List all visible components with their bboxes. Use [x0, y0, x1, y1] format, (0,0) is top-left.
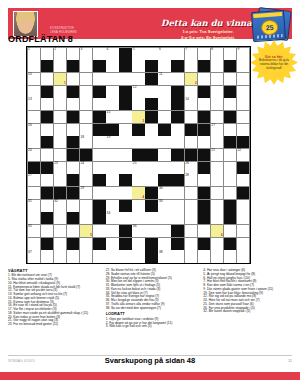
grid-cell — [54, 212, 67, 224]
black-cell — [93, 174, 106, 186]
grid-cell — [237, 174, 250, 186]
clue-number: 9 — [238, 48, 240, 51]
grid-cell — [185, 187, 198, 199]
grid-cell — [119, 136, 132, 148]
grid-cell — [106, 73, 119, 85]
black-cell — [185, 124, 198, 136]
grid-cell — [198, 136, 211, 148]
clue-number: 36 — [133, 225, 137, 228]
grid-cell — [119, 162, 132, 174]
grid-cell — [54, 238, 67, 250]
grid-cell — [41, 174, 54, 186]
grid-cell — [80, 174, 93, 186]
grid-cell — [41, 225, 54, 237]
grid-cell — [158, 225, 171, 237]
black-cell — [119, 174, 132, 186]
clue-number: 24 — [80, 162, 84, 165]
grid-cell — [145, 86, 158, 98]
grid-cell — [211, 136, 224, 148]
black-cell — [67, 149, 80, 161]
grid-cell — [54, 98, 67, 110]
black-cell — [67, 86, 80, 98]
ticket-dots — [257, 34, 283, 39]
black-cell — [224, 200, 237, 212]
grid-cell — [106, 238, 119, 250]
grid-cell — [237, 98, 250, 110]
prize-line2: 2:a–5:e pris: En Sverigelott. — [156, 35, 260, 41]
grid-cell: 37 — [28, 250, 41, 262]
grid-cell: 14 — [185, 98, 198, 110]
grid-cell — [211, 60, 224, 72]
grid-cell — [198, 73, 211, 85]
black-cell — [54, 187, 67, 199]
grid-cell: 4 — [132, 187, 145, 199]
grid-cell — [237, 225, 250, 237]
grid-cell — [158, 149, 171, 161]
grid-cell: 12 — [132, 86, 145, 98]
black-cell — [67, 238, 80, 250]
black-cell — [132, 149, 145, 161]
black-cell — [185, 149, 198, 161]
grid-cell — [80, 60, 93, 72]
clue-number: 31 — [28, 200, 32, 203]
grid-cell — [132, 136, 145, 148]
black-cell — [224, 111, 237, 123]
black-cell — [237, 187, 250, 199]
black-cell — [145, 149, 158, 161]
clue-number: 7 — [185, 48, 187, 51]
black-cell — [41, 187, 54, 199]
grid-cell — [41, 98, 54, 110]
grid-cell — [171, 212, 184, 224]
grid-cell — [41, 73, 54, 85]
black-cell — [93, 238, 106, 250]
black-cell — [28, 162, 41, 174]
black-cell — [67, 174, 80, 186]
clue-number: 10 — [28, 73, 32, 76]
grid-cell — [211, 86, 224, 98]
grid-cell — [158, 60, 171, 72]
grid-cell — [171, 187, 184, 199]
grid-cell — [106, 86, 119, 98]
clue-number: 21 — [211, 149, 215, 152]
black-cell — [198, 212, 211, 224]
black-cell — [145, 187, 158, 199]
black-cell — [224, 238, 237, 250]
black-cell — [198, 86, 211, 98]
grid-cell: 3 — [80, 48, 93, 60]
grid-cell — [185, 250, 198, 262]
grid-cell: 9 — [237, 48, 250, 60]
grid-cell — [185, 86, 198, 98]
grid-cell — [80, 86, 93, 98]
grid-cell — [211, 212, 224, 224]
grid-cell — [106, 225, 119, 237]
black-cell — [67, 187, 80, 199]
grid-cell — [67, 124, 80, 136]
answer-letter-index: 6 — [221, 234, 223, 237]
grid-cell — [237, 250, 250, 262]
black-cell — [145, 238, 158, 250]
clue-number: 25 — [133, 162, 137, 165]
grid-cell: 18 — [80, 136, 93, 148]
grid-cell — [237, 212, 250, 224]
grid-cell — [185, 225, 198, 237]
black-cell — [145, 250, 158, 262]
black-cell — [224, 136, 237, 148]
black-cell — [171, 174, 184, 186]
grid-cell — [54, 60, 67, 72]
clue-number: 23 — [54, 162, 58, 165]
grid-cell — [132, 238, 145, 250]
grid-cell — [93, 73, 106, 85]
grid-cell — [28, 136, 41, 148]
grid-cell — [54, 174, 67, 186]
black-cell — [224, 86, 237, 98]
grid-cell — [145, 136, 158, 148]
grid-cell — [119, 73, 132, 85]
grid-cell: 15 — [106, 111, 119, 123]
magazine-puzzle-page: KONSTRUKTÖR: LENA HOLMGREN Detta kan du … — [0, 0, 300, 380]
grid-cell — [28, 111, 41, 123]
black-cell — [171, 98, 184, 110]
grid-cell — [106, 60, 119, 72]
black-cell — [198, 60, 211, 72]
grid-cell: 3 — [132, 111, 145, 123]
grid-cell — [237, 73, 250, 85]
grid-cell — [132, 200, 145, 212]
grid-cell — [54, 86, 67, 98]
grid-cell — [132, 174, 145, 186]
grid-cell — [171, 124, 184, 136]
clue-number: 2 — [54, 48, 56, 51]
grid-cell: 21 — [211, 149, 224, 161]
grid-cell — [119, 187, 132, 199]
grid-cell — [119, 111, 132, 123]
grid-cell — [237, 200, 250, 212]
grid-cell — [132, 212, 145, 224]
howto-text: Bokstäverna i de gula rutorna bildar här… — [257, 59, 291, 71]
grid-cell: 27 — [28, 174, 41, 186]
grid-cell: 7 — [185, 48, 198, 60]
clue-column-1: VÅGRÄTT1. Blir det nattsvart ute utan (7… — [8, 269, 100, 329]
grid-cell — [54, 124, 67, 136]
black-cell — [119, 98, 132, 110]
grid-cell — [145, 162, 158, 174]
clue-number: 26 — [185, 162, 189, 165]
grid-cell — [80, 98, 93, 110]
grid-cell — [198, 174, 211, 186]
grid-cell — [80, 200, 93, 212]
grid-cell — [158, 98, 171, 110]
black-cell — [145, 73, 158, 85]
answer-letter-index: 2 — [195, 82, 197, 85]
grid-cell — [198, 98, 211, 110]
grid-cell — [67, 48, 80, 60]
clue-item: 32. Blir kuren dosen stoppad i (5) — [203, 310, 295, 313]
black-cell — [145, 200, 158, 212]
black-cell — [198, 200, 211, 212]
black-cell — [67, 136, 80, 148]
grid-cell — [132, 73, 145, 85]
grid-cell — [224, 162, 237, 174]
black-cell — [93, 200, 106, 212]
grid-cell — [171, 73, 184, 85]
grid-cell — [185, 60, 198, 72]
black-cell — [198, 238, 211, 250]
clue-number: 12 — [133, 86, 137, 89]
grid-cell — [106, 200, 119, 212]
grid-cell — [119, 149, 132, 161]
grid-cell — [224, 73, 237, 85]
grid-cell — [54, 111, 67, 123]
black-cell — [41, 212, 54, 224]
black-cell — [119, 60, 132, 72]
black-cell — [41, 136, 54, 148]
grid-cell: 16 — [28, 124, 41, 136]
grid-cell — [211, 187, 224, 199]
grid-cell: 2 — [54, 48, 67, 60]
black-cell — [80, 149, 93, 161]
grid-cell — [145, 124, 158, 136]
grid-cell — [211, 238, 224, 250]
black-cell — [119, 86, 132, 98]
grid-cell — [106, 250, 119, 262]
grid-cell — [93, 48, 106, 60]
grid-cell: 33 — [158, 200, 171, 212]
grid-cell — [93, 187, 106, 199]
grid-cell — [80, 250, 93, 262]
grid-cell — [171, 162, 184, 174]
black-cell — [145, 60, 158, 72]
grid-cell — [211, 200, 224, 212]
grid-cell — [211, 162, 224, 174]
bottom-red-bar — [0, 372, 300, 380]
clue-number: 27 — [28, 174, 32, 177]
clue-number: 38 — [159, 251, 163, 254]
clue-number: 19 — [107, 136, 111, 139]
grid-cell — [237, 238, 250, 250]
clue-number: 20 — [28, 149, 32, 152]
clue-number: 4 — [107, 48, 109, 51]
clue-section: VÅGRÄTT1. Blir det nattsvart ute utan (7… — [8, 269, 295, 329]
grid-cell — [106, 98, 119, 110]
grid-cell — [224, 98, 237, 110]
clue-number: 35 — [28, 225, 32, 228]
clue-number: 30 — [159, 187, 163, 190]
grid-cell: 2 — [185, 73, 198, 85]
grid-cell — [93, 136, 106, 148]
grid-cell — [185, 238, 198, 250]
grid-cell: 8 — [211, 48, 224, 60]
black-cell — [198, 111, 211, 123]
black-cell — [171, 225, 184, 237]
grid-cell: 35 — [28, 225, 41, 237]
grid-cell — [28, 212, 41, 224]
grid-cell: 11 — [158, 73, 171, 85]
black-cell — [119, 225, 132, 237]
grid-cell — [80, 111, 93, 123]
grid-cell — [119, 124, 132, 136]
grid-cell — [211, 174, 224, 186]
clue-number: 15 — [107, 111, 111, 114]
grid-cell — [41, 124, 54, 136]
black-cell — [41, 162, 54, 174]
clue-number: 29 — [80, 187, 84, 190]
clue-column-2: 27. Så blåser fel hit i ett vallhorn (3)… — [106, 269, 198, 329]
grid-cell — [106, 162, 119, 174]
black-cell — [41, 111, 54, 123]
grid-cell: 1 — [54, 73, 67, 85]
grid-cell — [119, 250, 132, 262]
grid-cell — [198, 250, 211, 262]
black-cell — [171, 111, 184, 123]
grid-cell — [41, 149, 54, 161]
crossword-grid: 1234567891011121213141531617181920212223… — [26, 46, 251, 264]
grid-cell — [171, 136, 184, 148]
grid-cell — [198, 48, 211, 60]
grid-cell — [158, 136, 171, 148]
grid-cell — [185, 136, 198, 148]
grid-cell — [171, 200, 184, 212]
grid-cell — [171, 48, 184, 60]
page-number: 11 — [288, 359, 292, 363]
grid-cell — [93, 162, 106, 174]
answer-letter-index: 1 — [64, 82, 66, 85]
clue-column-3: 4. Har sina skor i salonger (6)5. Är pir… — [203, 269, 295, 329]
black-cell — [93, 124, 106, 136]
grid-cell — [28, 238, 41, 250]
black-cell — [158, 124, 171, 136]
grid-cell — [93, 250, 106, 262]
grid-cell — [132, 98, 145, 110]
black-cell — [145, 111, 158, 123]
grid-cell — [237, 111, 250, 123]
grid-cell: 25 — [132, 162, 145, 174]
grid-cell — [211, 73, 224, 85]
black-cell — [93, 86, 106, 98]
grid-cell: 36 — [132, 225, 145, 237]
grid-cell — [119, 212, 132, 224]
black-cell — [145, 98, 158, 110]
black-cell — [93, 60, 106, 72]
clue-number: 8 — [211, 48, 213, 51]
black-cell — [198, 162, 211, 174]
black-cell — [237, 136, 250, 148]
grid-cell: 38 — [158, 250, 171, 262]
grid-cell — [67, 225, 80, 237]
puzzle-title: ORDFLÄTAN 8 — [8, 34, 73, 44]
grid-cell — [224, 174, 237, 186]
grid-cell — [224, 48, 237, 60]
prize-block: Detta kan du vinna: 1:a pris: Två Sverig… — [156, 18, 260, 40]
grid-cell — [224, 250, 237, 262]
grid-cell — [158, 111, 171, 123]
grid-cell: 4 — [106, 48, 119, 60]
grid-cell — [28, 86, 41, 98]
ticket-banner — [253, 12, 282, 18]
grid-cell — [145, 174, 158, 186]
clue-number: 1 — [28, 48, 30, 51]
grid-cell — [158, 162, 171, 174]
grid-cell — [211, 98, 224, 110]
grid-cell: 1 — [28, 48, 41, 60]
grid-cell — [67, 250, 80, 262]
grid-cell — [67, 162, 80, 174]
grid-cell — [93, 98, 106, 110]
black-cell — [67, 60, 80, 72]
grid-cell — [224, 187, 237, 199]
grid-cell — [185, 111, 198, 123]
grid-cell: 10 — [28, 73, 41, 85]
grid-cell — [237, 124, 250, 136]
clue-number: 3 — [80, 48, 82, 51]
grid-cell: 29 — [80, 187, 93, 199]
grid-cell — [93, 225, 106, 237]
grid-cell: 20 — [28, 149, 41, 161]
grid-cell — [106, 174, 119, 186]
grid-cell — [132, 250, 145, 262]
clue-number: 33 — [159, 200, 163, 203]
black-cell — [171, 149, 184, 161]
clue-number: 5 — [133, 48, 135, 51]
grid-cell — [41, 200, 54, 212]
grid-cell: 28 — [185, 174, 198, 186]
clue-number: 22 — [238, 149, 242, 152]
grid-cell: 34 — [106, 212, 119, 224]
black-cell — [119, 48, 132, 60]
grid-cell — [237, 60, 250, 72]
grid-cell — [67, 98, 80, 110]
lottery-ticket-front: 25 — [251, 10, 286, 42]
grid-cell: 13 — [28, 98, 41, 110]
black-cell — [171, 238, 184, 250]
grid-cell — [106, 187, 119, 199]
clue-number: 17 — [211, 124, 215, 127]
grid-cell — [237, 86, 250, 98]
answer-letter-index: 4 — [143, 196, 145, 199]
grid-cell — [185, 200, 198, 212]
ticket-value-badge: 25 — [261, 19, 279, 35]
grid-cell — [67, 73, 80, 85]
grid-cell — [158, 238, 171, 250]
grid-cell — [54, 225, 67, 237]
grid-cell — [54, 250, 67, 262]
grid-cell — [145, 212, 158, 224]
grid-cell — [224, 225, 237, 237]
grid-cell — [41, 250, 54, 262]
black-cell — [41, 60, 54, 72]
black-cell — [93, 111, 106, 123]
prize-headline: Detta kan du vinna: — [156, 18, 260, 28]
grid-cell: 23 — [54, 162, 67, 174]
clue-item: 3. Slikt kan vi ge håll och vett (5) — [106, 325, 198, 328]
black-cell — [198, 149, 211, 161]
grid-cell — [41, 48, 54, 60]
grid-cell — [93, 149, 106, 161]
grid-cell: 19 — [106, 136, 119, 148]
answer-letter-index: 3 — [143, 120, 145, 123]
black-cell — [132, 124, 145, 136]
grid-cell — [28, 60, 41, 72]
black-cell — [67, 111, 80, 123]
grid-cell — [132, 60, 145, 72]
black-cell — [119, 238, 132, 250]
grid-cell — [67, 200, 80, 212]
clue-item: 23. Får en berusad med gester (11) — [8, 323, 100, 326]
grid-cell — [28, 187, 41, 199]
grid-cell — [54, 136, 67, 148]
